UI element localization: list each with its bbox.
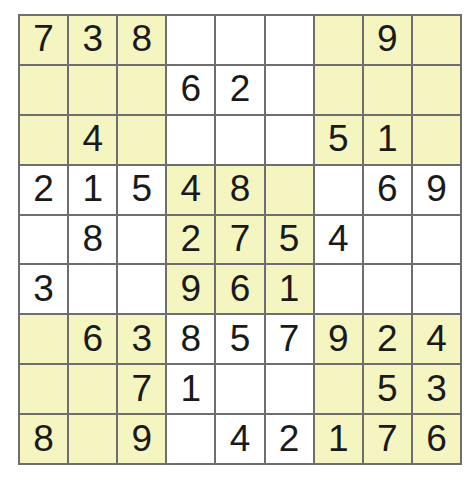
- cell-r1c7[interactable]: [315, 16, 362, 64]
- cell-r1c8[interactable]: 9: [364, 16, 411, 64]
- cell-r1c4[interactable]: [167, 16, 214, 64]
- cell-r3c3[interactable]: [118, 116, 165, 164]
- cell-r4c6[interactable]: [266, 166, 313, 214]
- given-digit: 7: [131, 370, 152, 407]
- cell-r5c2[interactable]: 8: [69, 216, 116, 264]
- cell-r8c5[interactable]: [216, 365, 263, 413]
- cell-r6c9[interactable]: [413, 265, 460, 313]
- cell-r6c2[interactable]: [69, 265, 116, 313]
- cell-r1c5[interactable]: [216, 16, 263, 64]
- given-digit: 1: [279, 270, 300, 307]
- given-digit: 9: [181, 270, 202, 307]
- cell-r7c6[interactable]: 7: [266, 315, 313, 363]
- cell-r8c6[interactable]: [266, 365, 313, 413]
- given-digit: 2: [230, 70, 251, 107]
- cell-r7c8[interactable]: 2: [364, 315, 411, 363]
- cell-r1c9[interactable]: [413, 16, 460, 64]
- cell-r5c9[interactable]: [413, 216, 460, 264]
- cell-r2c1[interactable]: [20, 66, 67, 114]
- cell-r5c8[interactable]: [364, 216, 411, 264]
- given-digit: 5: [131, 170, 152, 207]
- given-digit: 2: [33, 170, 54, 207]
- cell-r2c8[interactable]: [364, 66, 411, 114]
- given-digit: 6: [426, 420, 447, 457]
- cell-r3c5[interactable]: [216, 116, 263, 164]
- given-digit: 3: [131, 320, 152, 357]
- cell-r9c1[interactable]: 8: [20, 415, 67, 463]
- given-digit: 6: [230, 270, 251, 307]
- given-digit: 4: [181, 170, 202, 207]
- cell-r9c7[interactable]: 1: [315, 415, 362, 463]
- cell-r3c6[interactable]: [266, 116, 313, 164]
- cell-r6c6[interactable]: 1: [266, 265, 313, 313]
- cell-r2c2[interactable]: [69, 66, 116, 114]
- given-digit: 2: [377, 320, 398, 357]
- cell-r1c2[interactable]: 3: [69, 16, 116, 64]
- cell-r5c4[interactable]: 2: [167, 216, 214, 264]
- given-digit: 7: [279, 320, 300, 357]
- cell-r3c4[interactable]: [167, 116, 214, 164]
- given-digit: 8: [131, 20, 152, 57]
- cell-r7c3[interactable]: 3: [118, 315, 165, 363]
- cell-r4c8[interactable]: 6: [364, 166, 411, 214]
- given-digit: 1: [377, 120, 398, 157]
- given-digit: 8: [230, 170, 251, 207]
- cell-r9c2[interactable]: [69, 415, 116, 463]
- given-digit: 5: [377, 370, 398, 407]
- given-digit: 9: [131, 420, 152, 457]
- cell-r3c2[interactable]: 4: [69, 116, 116, 164]
- cell-r9c9[interactable]: 6: [413, 415, 460, 463]
- sudoku-board: 7389624512154869827543961638579247153894…: [18, 14, 462, 465]
- given-digit: 3: [82, 20, 103, 57]
- cell-r1c6[interactable]: [266, 16, 313, 64]
- given-digit: 9: [426, 170, 447, 207]
- cell-r3c1[interactable]: [20, 116, 67, 164]
- cell-r9c6[interactable]: 2: [266, 415, 313, 463]
- cell-r8c3[interactable]: 7: [118, 365, 165, 413]
- given-digit: 1: [328, 420, 349, 457]
- given-digit: 3: [426, 370, 447, 407]
- cell-r4c1[interactable]: 2: [20, 166, 67, 214]
- cell-r5c5[interactable]: 7: [216, 216, 263, 264]
- given-digit: 7: [230, 220, 251, 257]
- given-digit: 8: [82, 220, 103, 257]
- cell-r9c5[interactable]: 4: [216, 415, 263, 463]
- given-digit: 6: [82, 320, 103, 357]
- given-digit: 4: [426, 320, 447, 357]
- cell-r8c2[interactable]: [69, 365, 116, 413]
- given-digit: 6: [377, 170, 398, 207]
- cell-r2c4[interactable]: 6: [167, 66, 214, 114]
- given-digit: 2: [181, 220, 202, 257]
- cell-r8c9[interactable]: 3: [413, 365, 460, 413]
- cell-r4c4[interactable]: 4: [167, 166, 214, 214]
- given-digit: 7: [377, 420, 398, 457]
- cell-r5c1[interactable]: [20, 216, 67, 264]
- cell-r5c6[interactable]: 5: [266, 216, 313, 264]
- given-digit: 9: [328, 320, 349, 357]
- cell-r2c7[interactable]: [315, 66, 362, 114]
- given-digit: 6: [181, 70, 202, 107]
- cell-r7c1[interactable]: [20, 315, 67, 363]
- cell-r9c4[interactable]: [167, 415, 214, 463]
- given-digit: 4: [328, 220, 349, 257]
- cell-r7c4[interactable]: 8: [167, 315, 214, 363]
- cell-r4c5[interactable]: 8: [216, 166, 263, 214]
- given-digit: 3: [33, 270, 54, 307]
- given-digit: 1: [82, 170, 103, 207]
- cell-r4c2[interactable]: 1: [69, 166, 116, 214]
- cell-r8c7[interactable]: [315, 365, 362, 413]
- given-digit: 5: [328, 120, 349, 157]
- given-digit: 4: [82, 120, 103, 157]
- cell-r7c7[interactable]: 9: [315, 315, 362, 363]
- cell-r3c9[interactable]: [413, 116, 460, 164]
- cell-r7c2[interactable]: 6: [69, 315, 116, 363]
- cell-r7c9[interactable]: 4: [413, 315, 460, 363]
- cell-r1c3[interactable]: 8: [118, 16, 165, 64]
- cell-r9c3[interactable]: 9: [118, 415, 165, 463]
- cell-r6c8[interactable]: [364, 265, 411, 313]
- given-digit: 1: [181, 370, 202, 407]
- cell-r6c7[interactable]: [315, 265, 362, 313]
- cell-r6c5[interactable]: 6: [216, 265, 263, 313]
- cell-r9c8[interactable]: 7: [364, 415, 411, 463]
- given-digit: 8: [33, 420, 54, 457]
- given-digit: 4: [230, 420, 251, 457]
- given-digit: 8: [181, 320, 202, 357]
- cell-r3c8[interactable]: 1: [364, 116, 411, 164]
- cell-r4c7[interactable]: [315, 166, 362, 214]
- cell-r7c5[interactable]: 5: [216, 315, 263, 363]
- cell-r8c8[interactable]: 5: [364, 365, 411, 413]
- cell-r6c3[interactable]: [118, 265, 165, 313]
- given-digit: 5: [230, 320, 251, 357]
- cell-r2c9[interactable]: [413, 66, 460, 114]
- given-digit: 5: [279, 220, 300, 257]
- given-digit: 9: [377, 20, 398, 57]
- cell-r5c7[interactable]: 4: [315, 216, 362, 264]
- cell-r1c1[interactable]: 7: [20, 16, 67, 64]
- cell-r2c5[interactable]: 2: [216, 66, 263, 114]
- cell-r3c7[interactable]: 5: [315, 116, 362, 164]
- cell-r2c3[interactable]: [118, 66, 165, 114]
- cell-r2c6[interactable]: [266, 66, 313, 114]
- cell-r4c3[interactable]: 5: [118, 166, 165, 214]
- cell-r6c4[interactable]: 9: [167, 265, 214, 313]
- given-digit: 7: [33, 20, 54, 57]
- cell-r5c3[interactable]: [118, 216, 165, 264]
- cell-r6c1[interactable]: 3: [20, 265, 67, 313]
- given-digit: 2: [279, 420, 300, 457]
- cell-r8c1[interactable]: [20, 365, 67, 413]
- cell-r4c9[interactable]: 9: [413, 166, 460, 214]
- cell-r8c4[interactable]: 1: [167, 365, 214, 413]
